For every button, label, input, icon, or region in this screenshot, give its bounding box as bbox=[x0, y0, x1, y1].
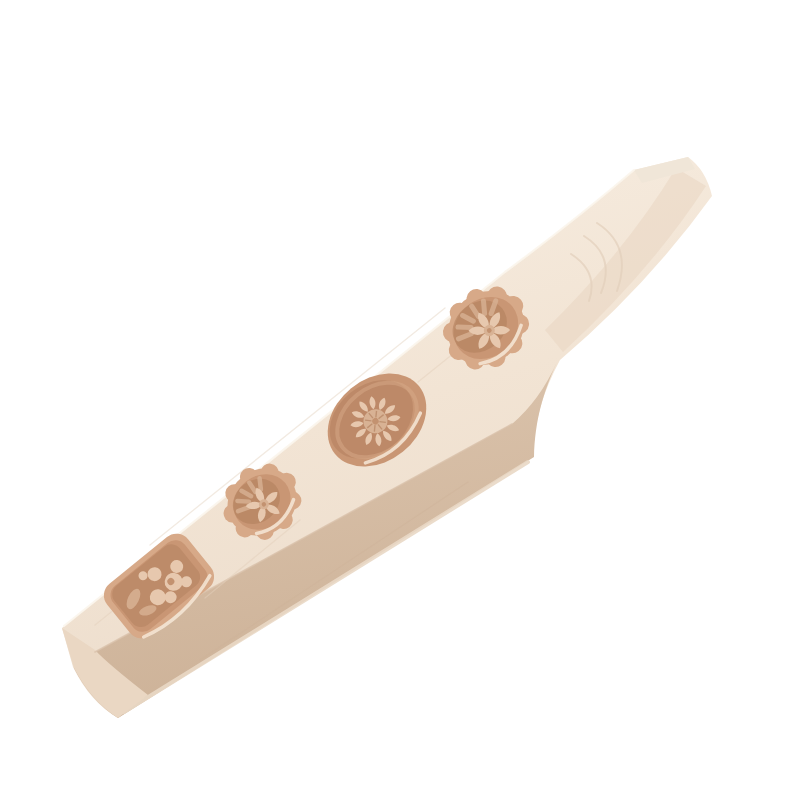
mooncake-mold-illustration bbox=[0, 0, 800, 800]
photo-stage bbox=[0, 0, 800, 800]
